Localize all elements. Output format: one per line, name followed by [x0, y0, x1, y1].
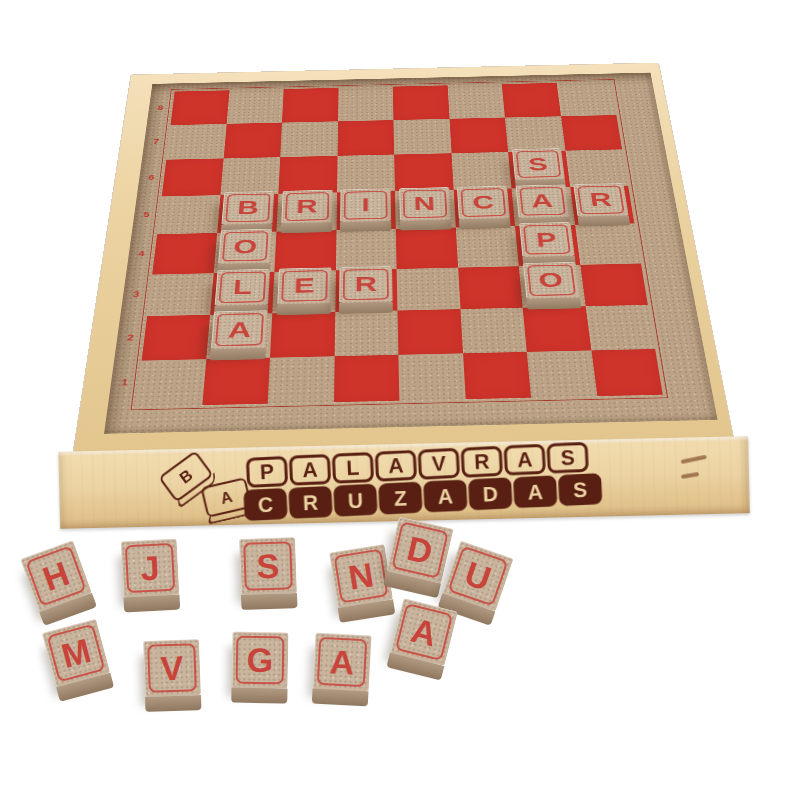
board-square-r6c5[interactable] [394, 153, 453, 191]
board-square-r5c1[interactable] [157, 195, 220, 234]
title-letter-tile: C [243, 488, 287, 521]
row-label-8: 8 [151, 104, 170, 112]
board-square-r7c6[interactable] [449, 117, 508, 153]
board-square-r4c1[interactable] [152, 233, 217, 274]
board-square-r2c3[interactable] [270, 312, 335, 357]
board-square-r2c6[interactable] [460, 308, 527, 353]
row-label-5: 5 [136, 210, 156, 219]
box-front-panel: B A PALAVRAS CRUZADAS [58, 436, 750, 529]
board-square-r2c7[interactable] [523, 306, 591, 351]
tile-letter: V [143, 639, 201, 697]
tile-letter: U [442, 540, 513, 611]
board-square-r2c2[interactable] [206, 313, 272, 358]
board-square-r8c8[interactable] [556, 82, 616, 116]
tile-letter: A [390, 598, 458, 666]
logo-letter: A [219, 487, 234, 507]
board-square-r6c8[interactable] [565, 149, 628, 187]
row-label-3: 3 [125, 289, 146, 299]
title-letter-tile: Z [378, 482, 422, 515]
checkered-board [136, 82, 663, 407]
row-label-7: 7 [146, 138, 165, 146]
loose-letter-tile-a[interactable]: A [313, 633, 372, 692]
title-letter-tile: P [246, 456, 288, 488]
board-square-r3c4[interactable] [335, 269, 398, 312]
board-square-r4c7[interactable] [515, 225, 580, 266]
board-square-r7c5[interactable] [393, 119, 451, 155]
board-square-r6c4[interactable] [337, 155, 395, 193]
board-square-r4c8[interactable] [575, 223, 641, 264]
title-letter-tile: U [333, 484, 377, 517]
tile-letter: J [121, 539, 180, 598]
wooden-tray-frame: 87654321 SBRINCAROPLEROA [73, 63, 733, 453]
board-square-r6c3[interactable] [278, 156, 337, 194]
board-square-r6c1[interactable] [162, 158, 223, 196]
tile-letter: G [232, 632, 289, 689]
tile-letter: H [20, 540, 92, 612]
board-square-r1c1[interactable] [136, 359, 206, 407]
title-letter-tile: A [504, 444, 546, 476]
product-photo-scene: 87654321 SBRINCAROPLEROA B A PALAVRA [0, 0, 800, 800]
board-square-r1c2[interactable] [202, 357, 270, 405]
row-label-6: 6 [141, 173, 161, 182]
board-square-r6c7[interactable] [508, 151, 570, 189]
board-square-r3c7[interactable] [519, 265, 585, 308]
board-square-r5c6[interactable] [453, 188, 515, 227]
row-label-1: 1 [113, 377, 136, 388]
tile-letter: N [329, 544, 393, 608]
title-letter-tile: S [558, 473, 602, 506]
board-square-r5c7[interactable] [511, 187, 574, 226]
board-square-r1c5[interactable] [398, 353, 465, 401]
title-letter-tile: A [423, 480, 467, 513]
board-square-r5c4[interactable] [336, 191, 396, 230]
board-square-r8c2[interactable] [226, 89, 283, 124]
board-sheet: 87654321 SBRINCAROPLEROA [104, 73, 718, 434]
board-square-r7c7[interactable] [505, 116, 565, 152]
loose-letter-tile-u[interactable]: U [442, 540, 513, 611]
board-square-r3c2[interactable] [210, 271, 275, 314]
board-square-r4c3[interactable] [274, 230, 336, 271]
title-letter-tile: A [513, 475, 557, 508]
tile-letter: S [239, 537, 297, 595]
logo-letter: B [176, 466, 196, 487]
loose-letter-tile-j[interactable]: J [121, 539, 180, 598]
game-box: 87654321 SBRINCAROPLEROA B A PALAVRA [0, 0, 800, 549]
board-square-r7c4[interactable] [337, 120, 394, 156]
loose-letter-tile-g[interactable]: G [232, 632, 289, 689]
board-square-r2c8[interactable] [585, 305, 655, 350]
board-square-r3c5[interactable] [397, 267, 460, 310]
board-square-r8c5[interactable] [393, 85, 449, 119]
loose-letter-tile-m[interactable]: M [42, 619, 111, 688]
board-square-r3c1[interactable] [147, 273, 213, 316]
board-square-r8c3[interactable] [282, 88, 338, 123]
board-square-r7c8[interactable] [561, 115, 622, 151]
title-letter-tile: A [375, 450, 417, 482]
tile-letter: D [386, 516, 453, 583]
title-letter-tile: V [418, 448, 460, 480]
board-square-r3c6[interactable] [458, 266, 523, 309]
board-square-r4c5[interactable] [396, 228, 458, 269]
board-square-r4c4[interactable] [335, 229, 396, 270]
tile-letter: A [313, 633, 372, 692]
board-square-r1c4[interactable] [334, 354, 400, 402]
board-square-r8c7[interactable] [502, 83, 561, 117]
board-square-r4c6[interactable] [455, 226, 518, 267]
title-letter-tile: S [546, 442, 588, 474]
title-letter-tile: L [332, 452, 374, 484]
loose-letter-tile-h[interactable]: H [20, 540, 92, 612]
board-square-r1c6[interactable] [463, 352, 531, 400]
board-square-r5c2[interactable] [217, 193, 279, 232]
board-square-r7c2[interactable] [223, 122, 282, 158]
board-square-r7c3[interactable] [280, 121, 337, 157]
loose-letter-tile-s[interactable]: S [239, 537, 297, 595]
board-square-r3c8[interactable] [580, 263, 648, 306]
board-square-r8c4[interactable] [338, 87, 394, 121]
board-square-r2c4[interactable] [334, 311, 398, 356]
title-letter-tile: R [461, 446, 503, 478]
board-square-r8c1[interactable] [171, 90, 230, 125]
board-square-r2c1[interactable] [142, 315, 210, 360]
title-letter-tile: A [289, 454, 331, 486]
board-square-r6c2[interactable] [220, 157, 280, 195]
tile-letter: M [42, 619, 111, 688]
board-outline [131, 79, 669, 410]
row-label-4: 4 [131, 249, 152, 258]
board-square-r1c8[interactable] [591, 349, 663, 397]
board-tray-perspective: 87654321 SBRINCAROPLEROA [65, 57, 733, 454]
title-letter-tile: R [288, 486, 332, 519]
board-square-r5c5[interactable] [395, 190, 455, 229]
title-letter-tile: D [468, 477, 512, 510]
board-square-r7c1[interactable] [166, 124, 226, 160]
board-square-r5c3[interactable] [276, 192, 336, 231]
board-square-r4c2[interactable] [213, 232, 276, 273]
board-square-r5c8[interactable] [570, 186, 635, 225]
loose-letter-tile-v[interactable]: V [143, 639, 201, 697]
loose-letter-tile-a[interactable]: A [390, 598, 458, 666]
board-square-r8c6[interactable] [447, 84, 505, 118]
row-label-2: 2 [119, 332, 141, 342]
board-square-r3c3[interactable] [272, 270, 335, 313]
board-square-r1c3[interactable] [268, 356, 335, 404]
loose-letter-tile-d[interactable]: D [386, 516, 453, 583]
board-square-r6c6[interactable] [451, 152, 511, 190]
board-square-r1c7[interactable] [527, 350, 597, 398]
loose-letter-tile-n[interactable]: N [329, 544, 393, 608]
board-square-r2c5[interactable] [397, 309, 462, 354]
